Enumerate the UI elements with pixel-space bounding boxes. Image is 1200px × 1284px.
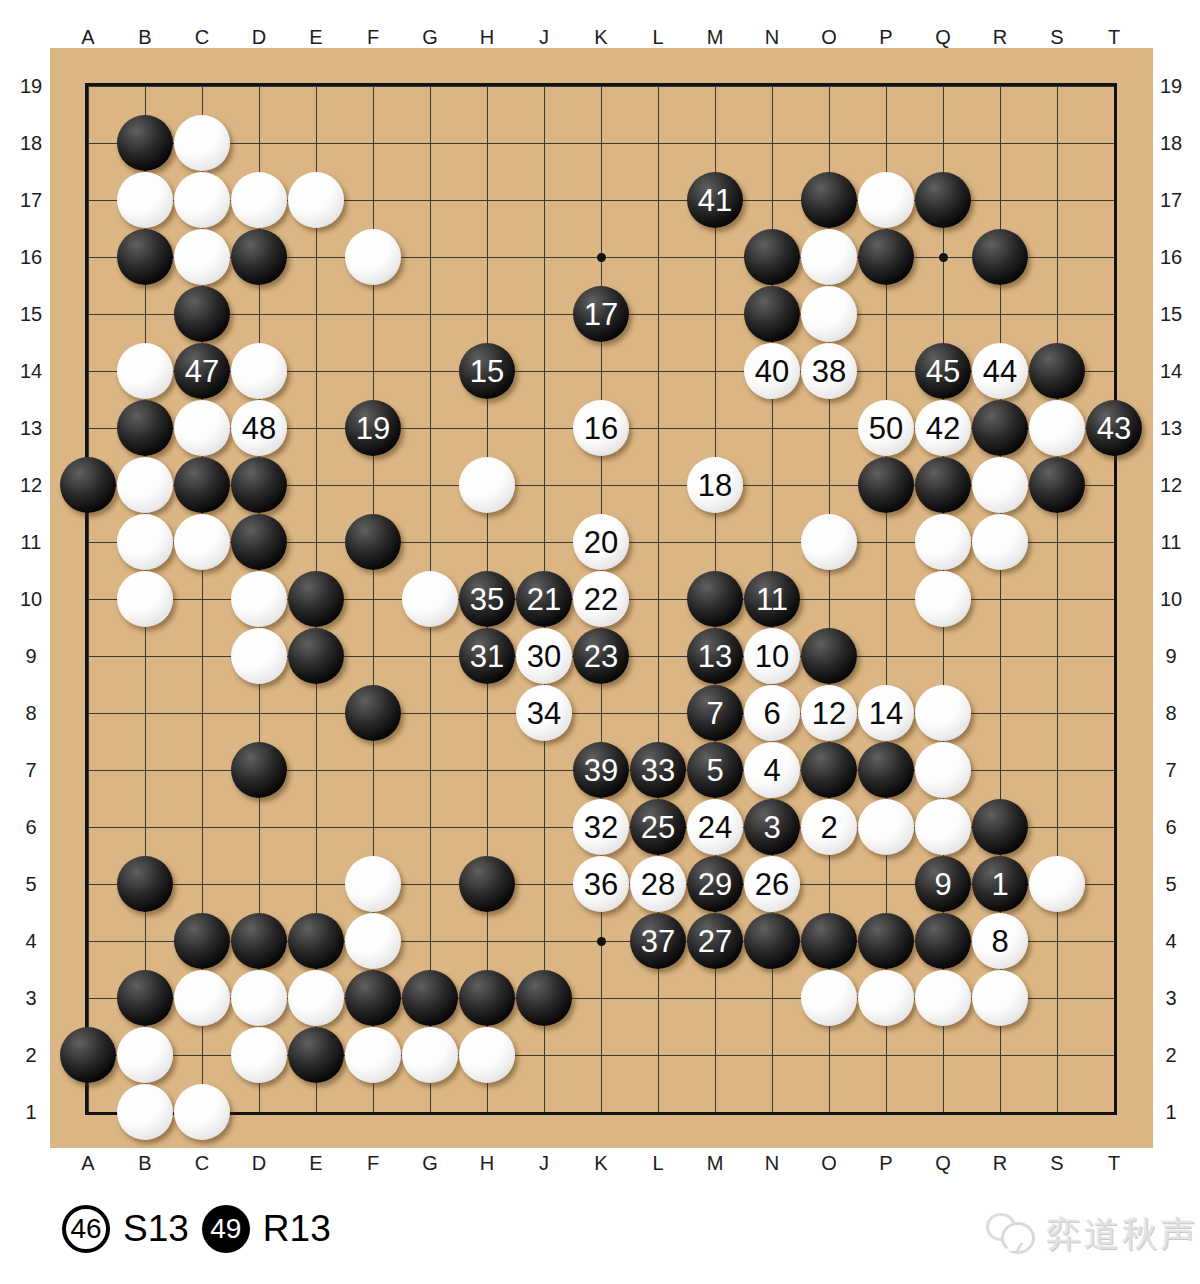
stone-black-R5: 1 xyxy=(972,856,1028,912)
stone-black-S12 xyxy=(1029,457,1085,513)
stone-white-Q13: 42 xyxy=(915,400,971,456)
stone-black-B18 xyxy=(117,115,173,171)
stone-black-Q4 xyxy=(915,913,971,969)
coord-label-bottom-M: M xyxy=(695,1151,735,1175)
stone-black-T13: 43 xyxy=(1086,400,1142,456)
stone-white-P6 xyxy=(858,799,914,855)
coord-label-left-19: 19 xyxy=(11,74,51,98)
coord-label-top-E: E xyxy=(296,25,336,49)
stone-number: 14 xyxy=(869,698,903,729)
coord-label-bottom-G: G xyxy=(410,1151,450,1175)
stone-white-K5: 36 xyxy=(573,856,629,912)
stone-white-J9: 30 xyxy=(516,628,572,684)
stone-black-F13: 19 xyxy=(345,400,401,456)
coord-label-bottom-L: L xyxy=(638,1151,678,1175)
coord-label-right-2: 2 xyxy=(1151,1043,1191,1067)
stone-black-K15: 17 xyxy=(573,286,629,342)
stone-number: 10 xyxy=(755,641,789,672)
stone-black-H5 xyxy=(459,856,515,912)
stone-white-C16 xyxy=(174,229,230,285)
star-point-Q16 xyxy=(939,253,948,262)
stone-white-O6: 2 xyxy=(801,799,857,855)
coord-label-top-L: L xyxy=(638,25,678,49)
star-point-K16 xyxy=(597,253,606,262)
coord-label-bottom-Q: Q xyxy=(923,1151,963,1175)
coord-label-right-18: 18 xyxy=(1151,131,1191,155)
stone-black-D7 xyxy=(231,742,287,798)
coord-label-bottom-E: E xyxy=(296,1151,336,1175)
stone-number: 12 xyxy=(812,698,846,729)
stone-number: 17 xyxy=(584,299,618,330)
stone-white-G2 xyxy=(402,1027,458,1083)
stone-white-O11 xyxy=(801,514,857,570)
stone-black-P12 xyxy=(858,457,914,513)
coord-label-bottom-D: D xyxy=(239,1151,279,1175)
coord-label-bottom-A: A xyxy=(68,1151,108,1175)
stone-number: 8 xyxy=(991,926,1008,957)
stone-white-D3 xyxy=(231,970,287,1026)
stone-black-Q17 xyxy=(915,172,971,228)
coord-label-left-16: 16 xyxy=(11,245,51,269)
stone-white-F16 xyxy=(345,229,401,285)
stone-white-O15 xyxy=(801,286,857,342)
stone-number: 28 xyxy=(641,869,675,900)
stone-black-D11 xyxy=(231,514,287,570)
coord-label-top-T: T xyxy=(1094,25,1134,49)
stone-number: 33 xyxy=(641,755,675,786)
stone-white-E3 xyxy=(288,970,344,1026)
stone-white-C11 xyxy=(174,514,230,570)
coord-label-right-19: 19 xyxy=(1151,74,1191,98)
stone-black-O7 xyxy=(801,742,857,798)
stone-black-H10: 35 xyxy=(459,571,515,627)
stone-white-N14: 40 xyxy=(744,343,800,399)
coord-label-bottom-J: J xyxy=(524,1151,564,1175)
stone-white-D13: 48 xyxy=(231,400,287,456)
coord-label-left-13: 13 xyxy=(11,416,51,440)
stone-number: 9 xyxy=(934,869,951,900)
stone-white-R4: 8 xyxy=(972,913,1028,969)
stone-number: 7 xyxy=(706,698,723,729)
coord-label-left-1: 1 xyxy=(11,1100,51,1124)
star-point-K4 xyxy=(597,937,606,946)
move-caption: 46 S13 49 R13 xyxy=(62,1203,331,1255)
coord-label-left-17: 17 xyxy=(11,188,51,212)
stone-number: 35 xyxy=(470,584,504,615)
stone-number: 13 xyxy=(698,641,732,672)
stone-white-B1 xyxy=(117,1084,173,1140)
stone-number: 40 xyxy=(755,356,789,387)
coord-label-right-13: 13 xyxy=(1151,416,1191,440)
coord-label-right-1: 1 xyxy=(1151,1100,1191,1124)
stone-white-Q10 xyxy=(915,571,971,627)
coord-label-top-H: H xyxy=(467,25,507,49)
coord-label-left-3: 3 xyxy=(11,986,51,1010)
stone-white-D14 xyxy=(231,343,287,399)
stone-number: 4 xyxy=(763,755,780,786)
stone-number: 23 xyxy=(584,641,618,672)
stone-white-O16 xyxy=(801,229,857,285)
coord-label-left-2: 2 xyxy=(11,1043,51,1067)
coord-label-bottom-C: C xyxy=(182,1151,222,1175)
stone-black-M7: 5 xyxy=(687,742,743,798)
coord-label-bottom-P: P xyxy=(866,1151,906,1175)
coord-label-left-10: 10 xyxy=(11,587,51,611)
stone-black-A12 xyxy=(60,457,116,513)
watermark: 弈道秋声 xyxy=(984,1206,1198,1262)
stone-white-M6: 24 xyxy=(687,799,743,855)
stone-white-O14: 38 xyxy=(801,343,857,399)
stone-black-F11 xyxy=(345,514,401,570)
coord-label-bottom-F: F xyxy=(353,1151,393,1175)
stone-black-O17 xyxy=(801,172,857,228)
stone-white-F4 xyxy=(345,913,401,969)
coord-label-right-17: 17 xyxy=(1151,188,1191,212)
stone-white-P17 xyxy=(858,172,914,228)
coord-label-top-C: C xyxy=(182,25,222,49)
coord-label-right-6: 6 xyxy=(1151,815,1191,839)
stone-white-B10 xyxy=(117,571,173,627)
coord-label-left-5: 5 xyxy=(11,872,51,896)
stone-white-E17 xyxy=(288,172,344,228)
stone-number: 47 xyxy=(185,356,219,387)
stone-black-L6: 25 xyxy=(630,799,686,855)
coord-label-bottom-B: B xyxy=(125,1151,165,1175)
coord-label-left-8: 8 xyxy=(11,701,51,725)
caption-coord-46: S13 xyxy=(123,1208,189,1250)
stone-black-B5 xyxy=(117,856,173,912)
stone-number: 26 xyxy=(755,869,789,900)
stone-white-C1 xyxy=(174,1084,230,1140)
coord-label-bottom-O: O xyxy=(809,1151,849,1175)
stone-black-J10: 21 xyxy=(516,571,572,627)
stone-black-H3 xyxy=(459,970,515,1026)
caption-stone-black-49: 49 xyxy=(202,1205,250,1253)
stone-white-B11 xyxy=(117,514,173,570)
stone-number: 30 xyxy=(527,641,561,672)
stone-white-M12: 18 xyxy=(687,457,743,513)
stone-white-N7: 4 xyxy=(744,742,800,798)
stone-black-N15 xyxy=(744,286,800,342)
stone-white-H2 xyxy=(459,1027,515,1083)
stone-white-B12 xyxy=(117,457,173,513)
stone-number: 29 xyxy=(698,869,732,900)
stone-black-N10: 11 xyxy=(744,571,800,627)
stone-white-C18 xyxy=(174,115,230,171)
stone-black-E2 xyxy=(288,1027,344,1083)
coord-label-right-10: 10 xyxy=(1151,587,1191,611)
stone-white-Q8 xyxy=(915,685,971,741)
stone-black-Q5: 9 xyxy=(915,856,971,912)
coord-label-right-5: 5 xyxy=(1151,872,1191,896)
stone-number: 11 xyxy=(756,584,788,615)
stone-white-L5: 28 xyxy=(630,856,686,912)
coord-label-right-12: 12 xyxy=(1151,473,1191,497)
stone-white-K10: 22 xyxy=(573,571,629,627)
stone-black-L7: 33 xyxy=(630,742,686,798)
coord-label-right-8: 8 xyxy=(1151,701,1191,725)
stone-number: 39 xyxy=(584,755,618,786)
coord-label-right-7: 7 xyxy=(1151,758,1191,782)
stone-black-K7: 39 xyxy=(573,742,629,798)
stone-black-C12 xyxy=(174,457,230,513)
stone-black-D16 xyxy=(231,229,287,285)
coord-label-bottom-R: R xyxy=(980,1151,1020,1175)
stone-black-N6: 3 xyxy=(744,799,800,855)
coord-label-left-14: 14 xyxy=(11,359,51,383)
stone-white-O3 xyxy=(801,970,857,1026)
coord-label-top-B: B xyxy=(125,25,165,49)
coord-label-right-11: 11 xyxy=(1151,530,1191,554)
stone-black-E9 xyxy=(288,628,344,684)
coord-label-top-S: S xyxy=(1037,25,1077,49)
stone-black-O4 xyxy=(801,913,857,969)
stone-number: 42 xyxy=(926,413,960,444)
stone-number: 2 xyxy=(820,812,837,843)
coord-label-bottom-N: N xyxy=(752,1151,792,1175)
stone-number: 5 xyxy=(706,755,723,786)
coord-label-top-J: J xyxy=(524,25,564,49)
stone-number: 36 xyxy=(584,869,618,900)
stone-number: 37 xyxy=(641,926,675,957)
stone-black-G3 xyxy=(402,970,458,1026)
coord-label-bottom-S: S xyxy=(1037,1151,1077,1175)
coord-label-top-K: K xyxy=(581,25,621,49)
stone-black-D4 xyxy=(231,913,287,969)
stone-white-K11: 20 xyxy=(573,514,629,570)
stone-black-M10 xyxy=(687,571,743,627)
stone-black-P7 xyxy=(858,742,914,798)
stone-white-N9: 10 xyxy=(744,628,800,684)
stone-number: 25 xyxy=(641,812,675,843)
coord-label-top-A: A xyxy=(68,25,108,49)
stone-number: 19 xyxy=(356,413,390,444)
stone-black-E4 xyxy=(288,913,344,969)
stone-black-C4 xyxy=(174,913,230,969)
stone-number: 16 xyxy=(584,413,618,444)
stone-number: 44 xyxy=(983,356,1017,387)
stone-white-D2 xyxy=(231,1027,287,1083)
stone-white-G10 xyxy=(402,571,458,627)
stone-black-N16 xyxy=(744,229,800,285)
stone-number: 22 xyxy=(584,584,618,615)
stone-white-F2 xyxy=(345,1027,401,1083)
coord-label-top-Q: Q xyxy=(923,25,963,49)
stone-white-K6: 32 xyxy=(573,799,629,855)
stone-white-K13: 16 xyxy=(573,400,629,456)
stone-black-S14 xyxy=(1029,343,1085,399)
stone-number: 20 xyxy=(584,527,618,558)
stone-black-P16 xyxy=(858,229,914,285)
stone-black-H14: 15 xyxy=(459,343,515,399)
stone-black-M9: 13 xyxy=(687,628,743,684)
stone-black-H9: 31 xyxy=(459,628,515,684)
stone-black-B3 xyxy=(117,970,173,1026)
coord-label-bottom-K: K xyxy=(581,1151,621,1175)
stone-white-Q3 xyxy=(915,970,971,1026)
coord-label-right-16: 16 xyxy=(1151,245,1191,269)
stone-white-R12 xyxy=(972,457,1028,513)
coord-label-right-3: 3 xyxy=(1151,986,1191,1010)
coord-label-right-14: 14 xyxy=(1151,359,1191,383)
stone-black-B16 xyxy=(117,229,173,285)
stone-black-L4: 37 xyxy=(630,913,686,969)
stone-black-F8 xyxy=(345,685,401,741)
watermark-text: 弈道秋声 xyxy=(1046,1211,1198,1258)
stone-white-B2 xyxy=(117,1027,173,1083)
stone-white-P8: 14 xyxy=(858,685,914,741)
stone-white-N5: 26 xyxy=(744,856,800,912)
stone-number: 41 xyxy=(698,185,732,216)
coord-label-top-N: N xyxy=(752,25,792,49)
coord-label-left-18: 18 xyxy=(11,131,51,155)
stone-black-Q14: 45 xyxy=(915,343,971,399)
stone-white-D10 xyxy=(231,571,287,627)
stone-white-R14: 44 xyxy=(972,343,1028,399)
coord-label-right-4: 4 xyxy=(1151,929,1191,953)
coord-label-left-4: 4 xyxy=(11,929,51,953)
stone-black-C14: 47 xyxy=(174,343,230,399)
stone-number: 3 xyxy=(763,812,780,843)
coord-label-left-9: 9 xyxy=(11,644,51,668)
stone-black-M8: 7 xyxy=(687,685,743,741)
stone-white-Q11 xyxy=(915,514,971,570)
stone-white-S5 xyxy=(1029,856,1085,912)
stone-white-Q6 xyxy=(915,799,971,855)
stone-black-F3 xyxy=(345,970,401,1026)
stone-number: 24 xyxy=(698,812,732,843)
stone-white-P13: 50 xyxy=(858,400,914,456)
go-kifu-diagram: ABCDEFGHJKLMNOPQRST ABCDEFGHJKLMNOPQRST … xyxy=(0,0,1200,1284)
stone-number: 50 xyxy=(869,413,903,444)
coord-label-top-P: P xyxy=(866,25,906,49)
stone-black-P4 xyxy=(858,913,914,969)
stone-black-R6 xyxy=(972,799,1028,855)
stone-white-H12 xyxy=(459,457,515,513)
stone-white-B17 xyxy=(117,172,173,228)
coord-label-right-9: 9 xyxy=(1151,644,1191,668)
stone-black-N4 xyxy=(744,913,800,969)
coord-label-right-15: 15 xyxy=(1151,302,1191,326)
stone-number: 18 xyxy=(698,470,732,501)
stone-black-K9: 23 xyxy=(573,628,629,684)
stone-black-M5: 29 xyxy=(687,856,743,912)
stone-number: 38 xyxy=(812,356,846,387)
stone-white-R3 xyxy=(972,970,1028,1026)
stone-number: 32 xyxy=(584,812,618,843)
stone-number: 21 xyxy=(527,584,561,615)
stone-black-D12 xyxy=(231,457,287,513)
stone-number: 15 xyxy=(470,356,504,387)
coord-label-left-6: 6 xyxy=(11,815,51,839)
coord-label-left-7: 7 xyxy=(11,758,51,782)
coord-label-top-R: R xyxy=(980,25,1020,49)
stone-number: 43 xyxy=(1097,413,1131,444)
stone-black-Q12 xyxy=(915,457,971,513)
coord-label-left-12: 12 xyxy=(11,473,51,497)
stone-black-E10 xyxy=(288,571,344,627)
stone-number: 27 xyxy=(698,926,732,957)
coord-label-top-D: D xyxy=(239,25,279,49)
stone-white-D17 xyxy=(231,172,287,228)
caption-coord-49: R13 xyxy=(263,1208,331,1250)
stone-number: 6 xyxy=(763,698,780,729)
stone-white-C3 xyxy=(174,970,230,1026)
stone-black-J3 xyxy=(516,970,572,1026)
stone-black-M4: 27 xyxy=(687,913,743,969)
stone-number: 31 xyxy=(470,641,504,672)
stone-white-C17 xyxy=(174,172,230,228)
wechat-logo-icon xyxy=(984,1209,1036,1259)
stone-number: 34 xyxy=(527,698,561,729)
stone-black-R13 xyxy=(972,400,1028,456)
stone-black-C15 xyxy=(174,286,230,342)
stone-white-B14 xyxy=(117,343,173,399)
stone-white-P3 xyxy=(858,970,914,1026)
stone-white-N8: 6 xyxy=(744,685,800,741)
coord-label-top-G: G xyxy=(410,25,450,49)
stone-white-C13 xyxy=(174,400,230,456)
stone-white-R11 xyxy=(972,514,1028,570)
stone-black-O9 xyxy=(801,628,857,684)
stone-white-J8: 34 xyxy=(516,685,572,741)
stone-white-O8: 12 xyxy=(801,685,857,741)
stone-white-D9 xyxy=(231,628,287,684)
stone-black-M17: 41 xyxy=(687,172,743,228)
coord-label-top-F: F xyxy=(353,25,393,49)
coord-label-left-15: 15 xyxy=(11,302,51,326)
stone-black-B13 xyxy=(117,400,173,456)
stone-white-Q7 xyxy=(915,742,971,798)
stone-white-F5 xyxy=(345,856,401,912)
coord-label-bottom-T: T xyxy=(1094,1151,1134,1175)
coord-label-top-O: O xyxy=(809,25,849,49)
stone-number: 1 xyxy=(991,869,1008,900)
stone-white-S13 xyxy=(1029,400,1085,456)
coord-label-left-11: 11 xyxy=(11,530,51,554)
stone-black-A2 xyxy=(60,1027,116,1083)
caption-stone-white-46: 46 xyxy=(62,1205,110,1253)
stone-number: 48 xyxy=(242,413,276,444)
chat-bubble-icon xyxy=(1001,1222,1035,1254)
coord-label-top-M: M xyxy=(695,25,735,49)
stone-number: 45 xyxy=(926,356,960,387)
coord-label-bottom-H: H xyxy=(467,1151,507,1175)
stone-black-R16 xyxy=(972,229,1028,285)
